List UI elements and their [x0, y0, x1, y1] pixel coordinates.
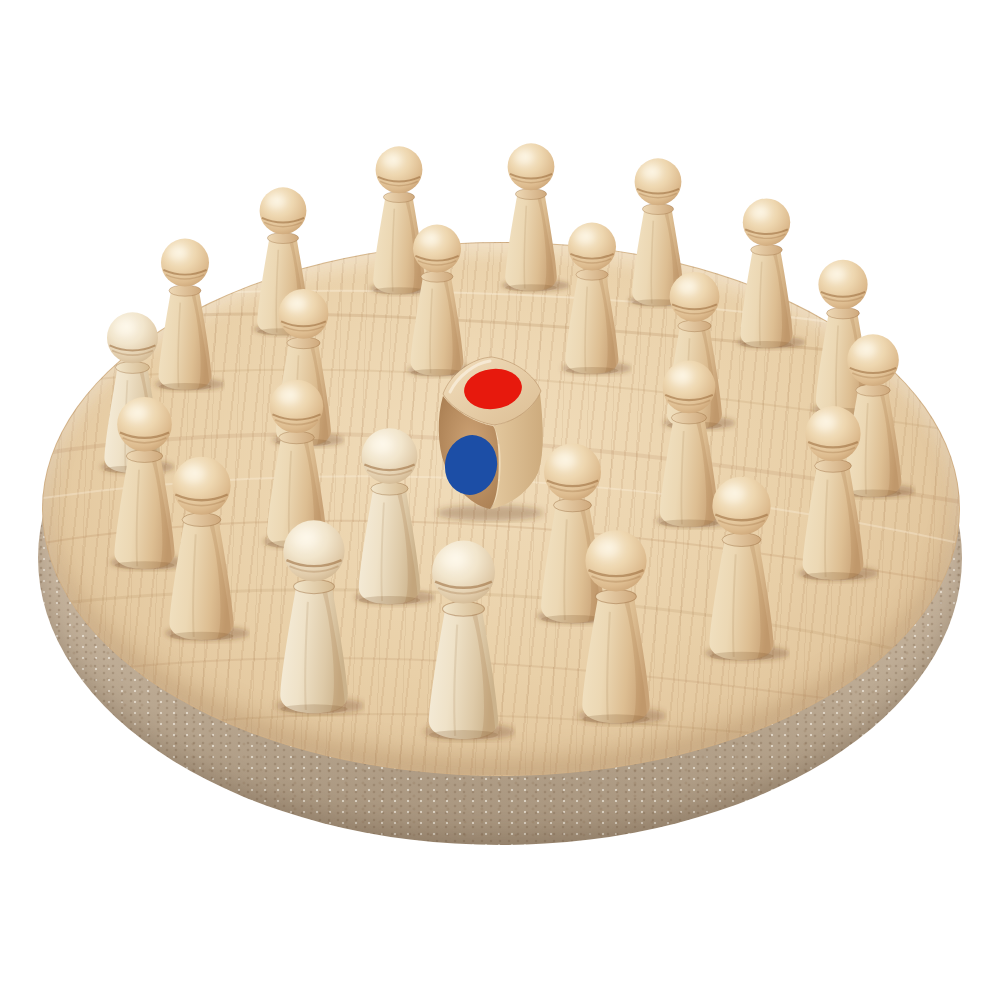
- pawn-o11[interactable]: [693, 465, 790, 664]
- pawn-head-highlight: [369, 436, 391, 453]
- pawn-head-highlight: [677, 280, 697, 295]
- pawn-base: [280, 704, 347, 713]
- pawn-collar: [671, 412, 706, 424]
- pawn-base: [428, 730, 497, 739]
- pawn-head-highlight: [125, 405, 147, 421]
- pawn-base: [803, 572, 864, 580]
- pawn-o7[interactable]: [727, 189, 806, 351]
- pawn-collar: [442, 601, 484, 616]
- pawn-collar: [750, 244, 782, 255]
- pawn-head-highlight: [515, 151, 534, 165]
- pawn-collar: [576, 269, 608, 280]
- pawn-collar: [383, 192, 414, 203]
- pawn-head-highlight: [642, 166, 661, 180]
- pawn-collar: [722, 533, 761, 547]
- pawn-head-highlight: [749, 205, 768, 219]
- pawn-o15[interactable]: [153, 445, 250, 644]
- pawn-o10[interactable]: [787, 395, 879, 584]
- pawn-collar: [115, 362, 149, 374]
- pawn-collar: [278, 431, 314, 443]
- pawn-head-highlight: [721, 486, 744, 503]
- pawn-collar: [169, 285, 201, 296]
- pawn-head-highlight: [826, 267, 846, 282]
- pawn-base: [582, 714, 649, 723]
- pawn-collar: [370, 482, 407, 495]
- pawn-head-highlight: [267, 195, 286, 209]
- pawn-collar: [267, 233, 298, 244]
- pawn-o13[interactable]: [411, 528, 516, 743]
- pawn-collar: [677, 320, 710, 332]
- pawn-head-highlight: [420, 232, 439, 246]
- pawn-base: [505, 284, 556, 291]
- pawn-head-highlight: [814, 415, 836, 432]
- pawn-o12[interactable]: [565, 518, 667, 727]
- pawn-collar: [815, 460, 852, 473]
- pawn-collar: [553, 499, 591, 512]
- pawn-base: [740, 341, 792, 348]
- pawn-head-highlight: [383, 154, 402, 168]
- pawn-base: [709, 652, 773, 661]
- pawn-head-highlight: [671, 368, 692, 384]
- pawn-base: [169, 632, 233, 641]
- pawn-base: [566, 367, 619, 374]
- pawn-collar: [182, 513, 221, 527]
- pawn-head-highlight: [181, 466, 204, 483]
- pawn-head-highlight: [855, 342, 876, 357]
- pawn-collar: [294, 580, 335, 594]
- pawn-head-highlight: [293, 530, 317, 548]
- pawn-head-highlight: [286, 297, 306, 312]
- pawn-head-highlight: [277, 387, 298, 403]
- pawn-collar: [286, 337, 319, 349]
- pawn-i4[interactable]: [552, 213, 632, 377]
- pawn-head-highlight: [441, 550, 466, 569]
- pawn-head-highlight: [575, 230, 594, 244]
- pawn-head-highlight: [595, 540, 619, 558]
- pawn-collar: [856, 384, 890, 396]
- pawn-collar: [421, 271, 453, 282]
- pawn-collar: [642, 204, 673, 215]
- pawn-head-highlight: [114, 320, 134, 335]
- pawn-o14[interactable]: [263, 508, 365, 717]
- pawn-collar: [827, 307, 860, 318]
- pawn-head-highlight: [552, 452, 575, 469]
- pawn-head-highlight: [168, 246, 187, 260]
- pawn-collar: [515, 189, 546, 200]
- pawn-collar: [596, 590, 637, 604]
- product-photo-stage: [0, 0, 1000, 1000]
